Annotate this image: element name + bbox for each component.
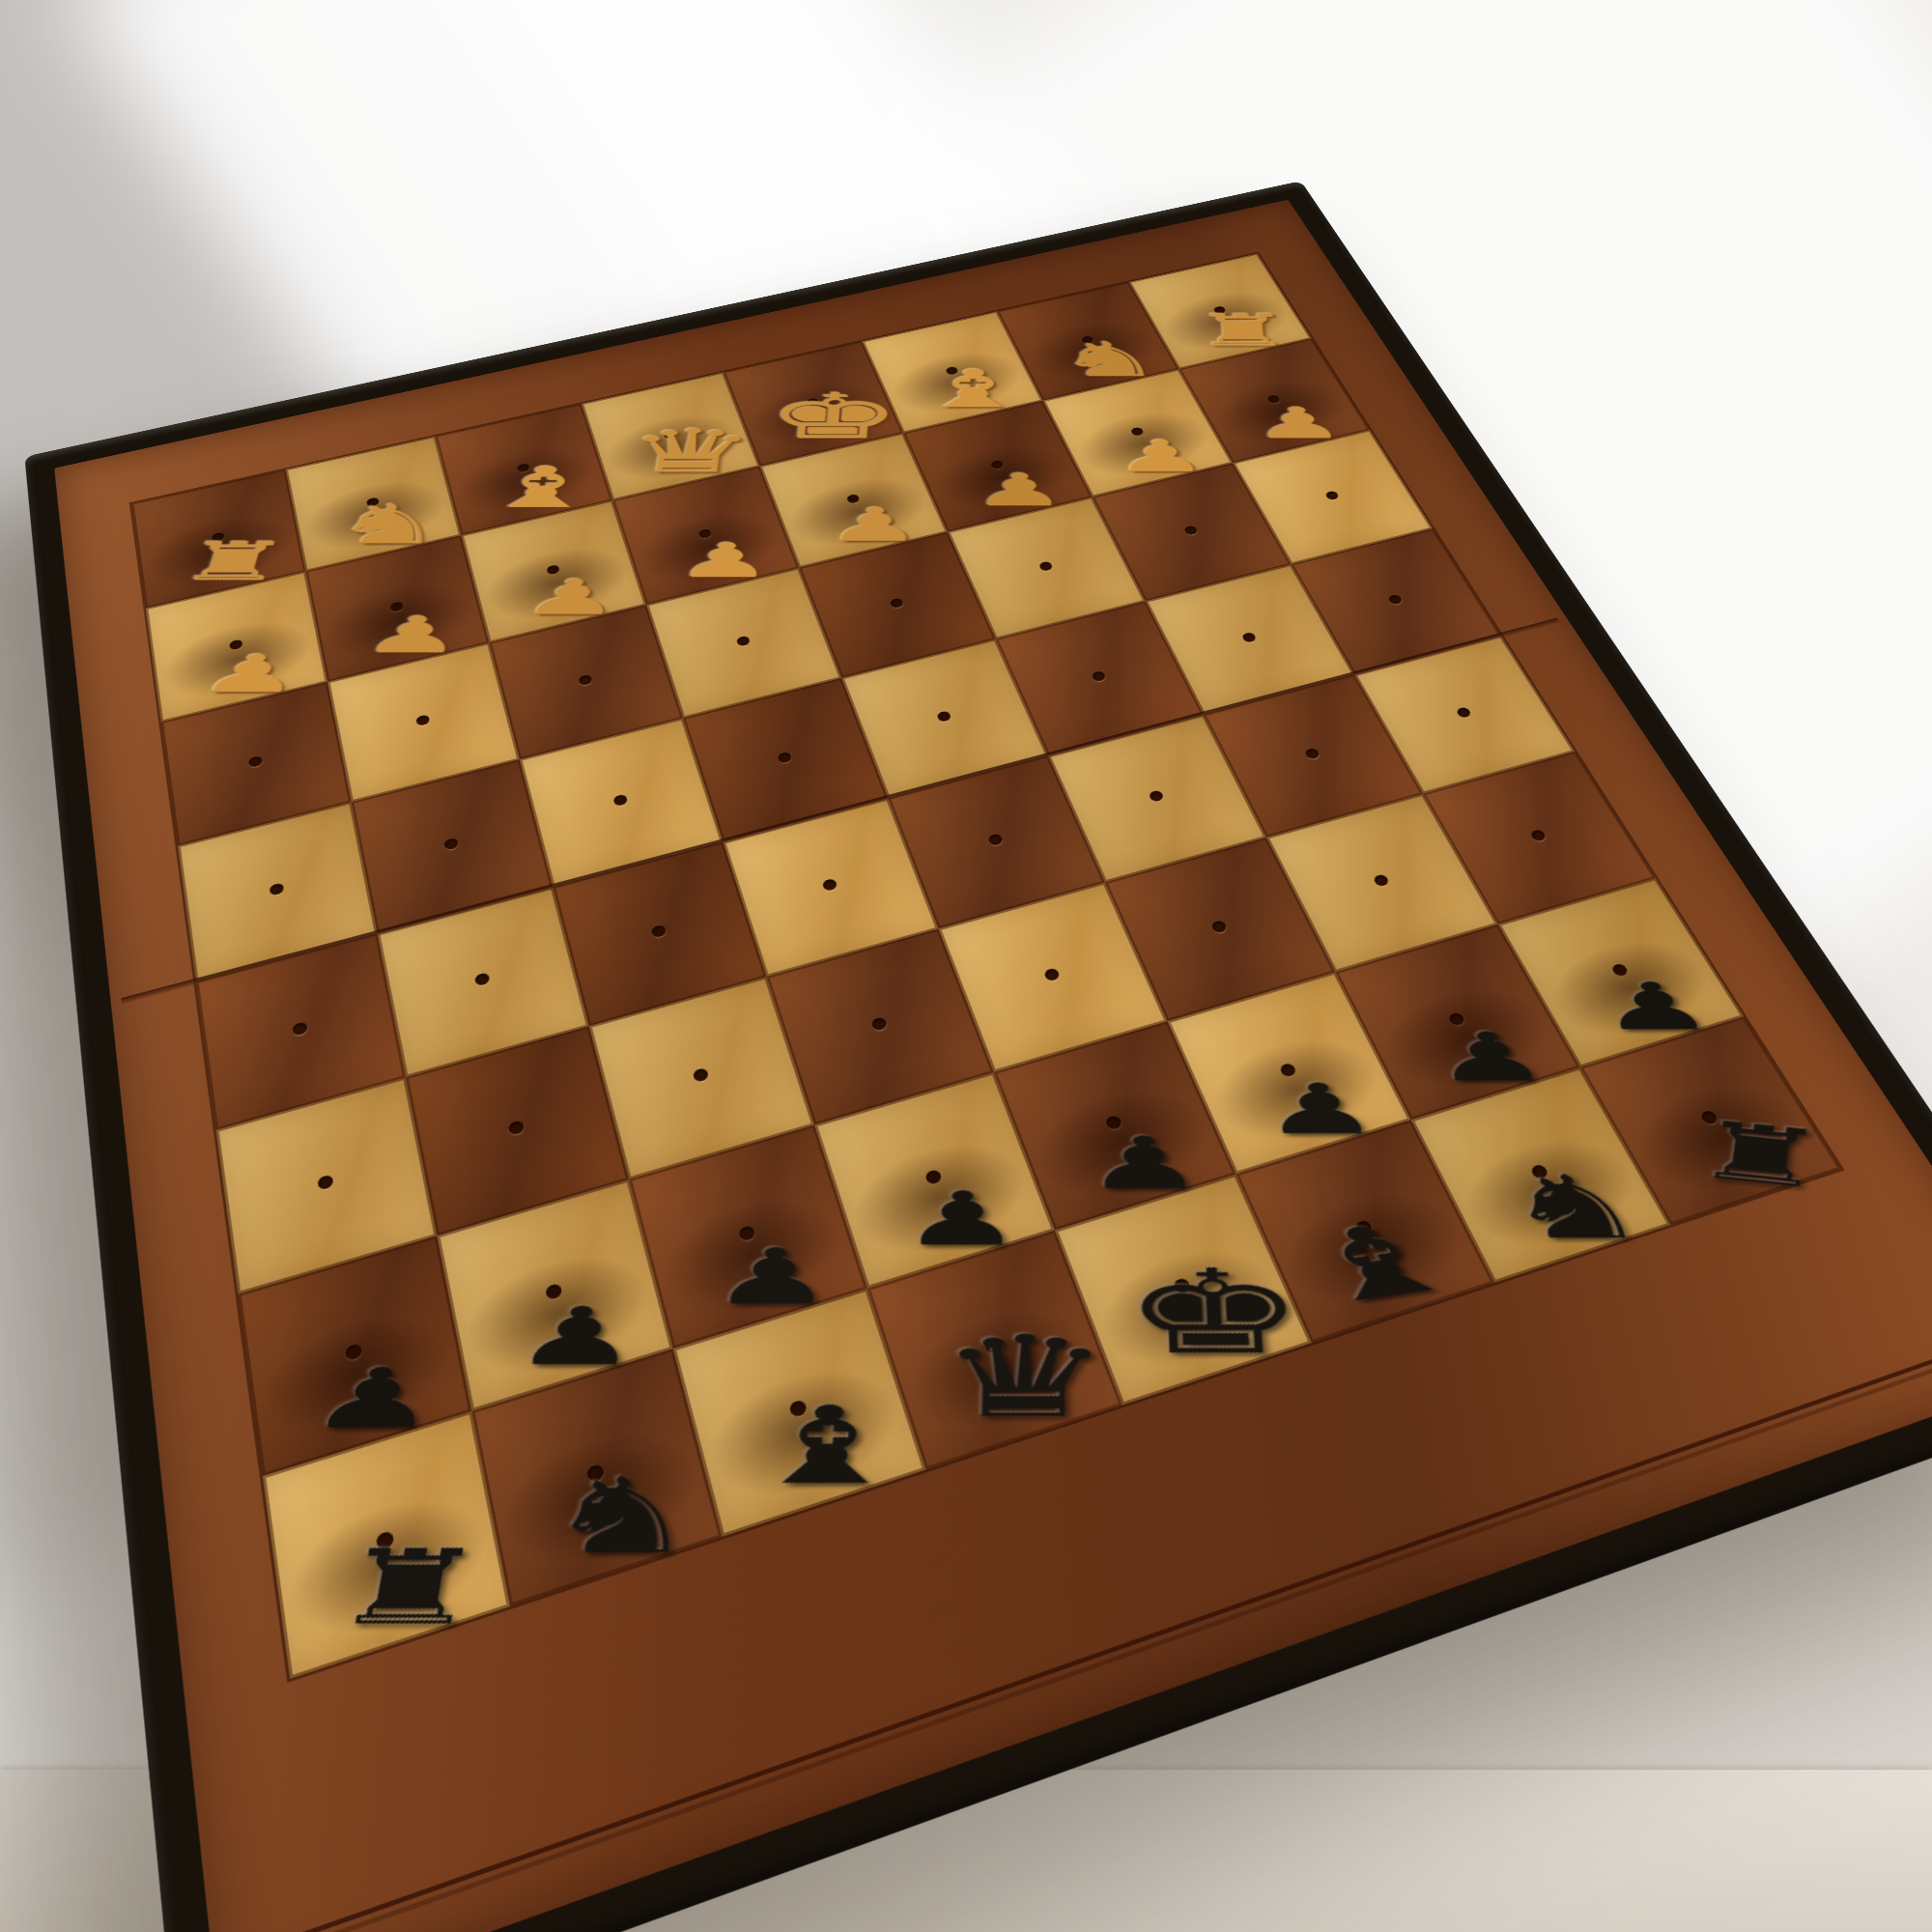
peg-hole xyxy=(987,834,1004,847)
peg-hole xyxy=(821,878,838,892)
peg-hole xyxy=(292,1021,308,1037)
peg-hole xyxy=(612,794,628,807)
piece-black-rook[interactable]: ♜ xyxy=(1661,1029,1879,1213)
peg-hole xyxy=(1373,873,1390,887)
peg-hole xyxy=(578,674,592,686)
peg-hole xyxy=(415,714,430,726)
chessboard: ♜♞♝♛♚♝♞♜♟♟♟♟♟♟♟♟♟♟♟♟♟♟♟♟♜♞♝♛♚♝♞♜ xyxy=(24,181,1932,1932)
peg-hole xyxy=(870,1016,888,1031)
board-rim: ♜♞♝♛♚♝♞♜♟♟♟♟♟♟♟♟♟♟♟♟♟♟♟♟♜♞♝♛♚♝♞♜ xyxy=(24,181,1932,1932)
board-grid: ♜♞♝♛♚♝♞♜♟♟♟♟♟♟♟♟♟♟♟♟♟♟♟♟♜♞♝♛♚♝♞♜ xyxy=(131,253,1840,1679)
peg-hole xyxy=(1038,561,1054,572)
piece-black-rook[interactable]: ♜ xyxy=(291,1536,526,1639)
peg-hole xyxy=(270,882,285,895)
peg-hole xyxy=(1529,829,1547,842)
peg-hole xyxy=(1387,594,1404,606)
peg-hole xyxy=(1241,632,1258,643)
peg-hole xyxy=(1324,491,1340,501)
peg-hole xyxy=(317,1174,333,1190)
peg-hole xyxy=(777,752,792,764)
peg-hole xyxy=(1210,920,1228,934)
peg-hole xyxy=(736,636,751,647)
peg-hole xyxy=(1456,706,1472,719)
peg-hole xyxy=(651,924,668,939)
peg-hole xyxy=(248,755,263,768)
board-apron: ♜♞♝♛♚♝♞♜♟♟♟♟♟♟♟♟♟♟♟♟♟♟♟♟♜♞♝♛♚♝♞♜ xyxy=(54,200,1932,1932)
square-r1c1[interactable]: ♜ xyxy=(131,469,305,609)
peg-hole xyxy=(1183,526,1199,536)
peg-hole xyxy=(890,598,905,610)
peg-hole xyxy=(936,710,952,723)
scene: ♜♞♝♛♚♝♞♜♟♟♟♟♟♟♟♟♟♟♟♟♟♟♟♟♜♞♝♛♚♝♞♜ xyxy=(0,0,1932,1932)
piece-black-pawn[interactable]: ♟ xyxy=(470,1236,674,1378)
peg-hole xyxy=(1091,670,1106,682)
peg-hole xyxy=(443,838,459,851)
peg-hole xyxy=(1304,748,1321,760)
peg-hole xyxy=(474,972,491,986)
peg-hole xyxy=(508,1120,526,1136)
peg-hole xyxy=(1148,789,1164,802)
peg-hole xyxy=(1043,967,1061,981)
peg-hole xyxy=(693,1067,710,1083)
